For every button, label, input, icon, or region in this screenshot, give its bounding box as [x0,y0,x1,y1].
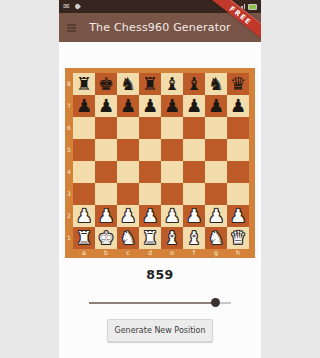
rank-label-7: 7 [65,95,73,117]
square-f4 [183,161,205,183]
board-area: ♜♚♞♜♝♝♞♛♟♟♟♟♟♟♟♟♟♟♟♟♟♟♟♟♜♚♞♜♝♝♞♛ 8765432… [59,68,261,258]
white-pawn: ♟ [95,205,117,227]
square-b4 [95,161,117,183]
square-g2: ♟ [205,205,227,227]
square-a5 [73,139,95,161]
square-e4 [161,161,183,183]
black-bishop: ♝ [183,73,205,95]
square-f8: ♝ [183,73,205,95]
white-rook: ♜ [73,227,95,249]
hamburger-menu-icon[interactable] [67,24,76,33]
square-g5 [205,139,227,161]
rank-label-1: 1 [65,227,73,249]
app-header: The Chess960 Generator [59,13,261,42]
black-pawn: ♟ [117,95,139,117]
square-f1: ♝ [183,227,205,249]
square-h7: ♟ [227,95,249,117]
file-label-b: b [95,249,117,258]
square-d1: ♜ [139,227,161,249]
generate-new-position-button[interactable]: Generate New Position [107,319,213,342]
square-b1: ♚ [95,227,117,249]
square-f5 [183,139,205,161]
square-a2: ♟ [73,205,95,227]
square-d8: ♜ [139,73,161,95]
file-label-g: g [205,249,227,258]
square-b6 [95,117,117,139]
file-label-f: f [183,249,205,258]
file-label-e: e [161,249,183,258]
black-knight: ♞ [117,73,139,95]
square-h1: ♛ [227,227,249,249]
black-pawn: ♟ [95,95,117,117]
file-label-a: a [73,249,95,258]
rank-labels: 87654321 [65,73,73,249]
square-d5 [139,139,161,161]
square-h8: ♛ [227,73,249,95]
black-pawn: ♟ [139,95,161,117]
black-bishop: ♝ [161,73,183,95]
square-c3 [117,183,139,205]
location-pin-icon [74,3,81,10]
square-d4 [139,161,161,183]
square-c6 [117,117,139,139]
slider-thumb[interactable] [211,298,220,307]
square-a8: ♜ [73,73,95,95]
white-bishop: ♝ [183,227,205,249]
square-e8: ♝ [161,73,183,95]
square-d6 [139,117,161,139]
square-h6 [227,117,249,139]
square-a6 [73,117,95,139]
rank-label-4: 4 [65,161,73,183]
square-b2: ♟ [95,205,117,227]
square-h2: ♟ [227,205,249,227]
black-pawn: ♟ [205,95,227,117]
black-queen: ♛ [227,73,249,95]
app-screen: ✉ ᚲ The Chess960 Generator FREE ♜♚♞♜♝♝♞♛… [59,0,261,358]
square-a7: ♟ [73,95,95,117]
square-f6 [183,117,205,139]
battery-icon [248,4,257,10]
white-knight: ♞ [117,227,139,249]
square-c1: ♞ [117,227,139,249]
square-g6 [205,117,227,139]
square-a3 [73,183,95,205]
black-pawn: ♟ [227,95,249,117]
white-knight: ♞ [205,227,227,249]
square-c8: ♞ [117,73,139,95]
white-pawn: ♟ [161,205,183,227]
file-labels: abcdefgh [73,249,249,258]
black-rook: ♜ [73,73,95,95]
generate-button-label: Generate New Position [114,326,205,335]
square-d3 [139,183,161,205]
file-label-d: d [139,249,161,258]
square-c5 [117,139,139,161]
black-pawn: ♟ [73,95,95,117]
square-g4 [205,161,227,183]
white-pawn: ♟ [139,205,161,227]
rank-label-5: 5 [65,139,73,161]
board-grid: ♜♚♞♜♝♝♞♛♟♟♟♟♟♟♟♟♟♟♟♟♟♟♟♟♜♚♞♜♝♝♞♛ [73,73,249,249]
square-e3 [161,183,183,205]
square-h5 [227,139,249,161]
rank-label-6: 6 [65,117,73,139]
position-slider[interactable] [89,298,231,307]
white-bishop: ♝ [161,227,183,249]
square-f2: ♟ [183,205,205,227]
position-number: 859 [59,267,261,282]
square-e7: ♟ [161,95,183,117]
square-f7: ♟ [183,95,205,117]
rank-label-2: 2 [65,205,73,227]
slider-track-filled[interactable] [89,302,215,304]
square-b3 [95,183,117,205]
square-c2: ♟ [117,205,139,227]
square-g7: ♟ [205,95,227,117]
square-b8: ♚ [95,73,117,95]
chess-board: ♜♚♞♜♝♝♞♛♟♟♟♟♟♟♟♟♟♟♟♟♟♟♟♟♜♚♞♜♝♝♞♛ 8765432… [65,68,255,258]
square-g1: ♞ [205,227,227,249]
black-knight: ♞ [205,73,227,95]
file-label-h: h [227,249,249,258]
black-pawn: ♟ [183,95,205,117]
white-pawn: ♟ [183,205,205,227]
white-pawn: ♟ [205,205,227,227]
square-e1: ♝ [161,227,183,249]
square-g8: ♞ [205,73,227,95]
square-d7: ♟ [139,95,161,117]
rank-label-8: 8 [65,73,73,95]
square-a4 [73,161,95,183]
square-g3 [205,183,227,205]
white-pawn: ♟ [73,205,95,227]
black-king: ♚ [95,73,117,95]
square-e6 [161,117,183,139]
square-d2: ♟ [139,205,161,227]
white-pawn: ♟ [227,205,249,227]
square-e5 [161,139,183,161]
square-f3 [183,183,205,205]
square-e2: ♟ [161,205,183,227]
square-a1: ♜ [73,227,95,249]
square-h3 [227,183,249,205]
file-label-c: c [117,249,139,258]
rank-label-3: 3 [65,183,73,205]
white-rook: ♜ [139,227,161,249]
white-pawn: ♟ [117,205,139,227]
message-icon: ✉ [63,0,70,13]
square-b5 [95,139,117,161]
white-queen: ♛ [227,227,249,249]
app-title: The Chess960 Generator [89,21,231,34]
square-c4 [117,161,139,183]
white-king: ♚ [95,227,117,249]
black-rook: ♜ [139,73,161,95]
black-pawn: ♟ [161,95,183,117]
square-b7: ♟ [95,95,117,117]
square-h4 [227,161,249,183]
square-c7: ♟ [117,95,139,117]
